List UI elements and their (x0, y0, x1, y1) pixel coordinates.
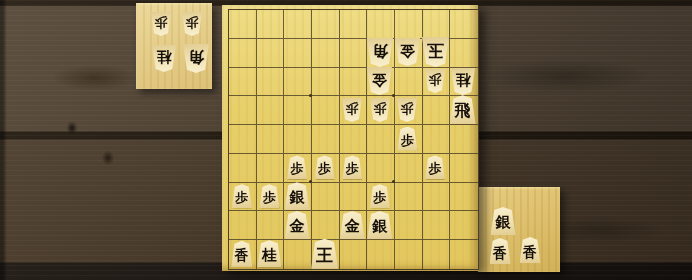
square-5g[interactable] (340, 183, 368, 212)
shogi-piece-king-6i[interactable]: 王 (311, 239, 338, 269)
shogi-piece-pawn-hand1[interactable]: 歩 (182, 12, 202, 36)
square-9c[interactable] (229, 68, 257, 97)
star-point (309, 94, 312, 97)
square-1a[interactable] (450, 10, 478, 39)
square-2d[interactable] (423, 96, 451, 125)
square-1g[interactable] (450, 183, 478, 212)
shogi-piece-pawn-5f[interactable]: 歩 (342, 155, 362, 179)
square-7b[interactable] (284, 39, 312, 68)
shogi-piece-rook-1d[interactable]: 飛 (450, 95, 476, 124)
square-8e[interactable] (257, 125, 285, 154)
shogi-piece-pawn-6f[interactable]: 歩 (315, 155, 335, 179)
square-6a[interactable] (312, 10, 340, 39)
square-8f[interactable] (257, 154, 285, 183)
square-4i[interactable] (367, 240, 395, 269)
square-2i[interactable] (423, 240, 451, 269)
square-2e[interactable] (423, 125, 451, 154)
square-3h[interactable] (395, 211, 423, 240)
square-8h[interactable] (257, 211, 285, 240)
square-1i[interactable] (450, 240, 478, 269)
square-3i[interactable] (395, 240, 423, 269)
star-point (309, 180, 312, 183)
shogi-piece-gold-5h[interactable]: 金 (340, 211, 365, 239)
square-8d[interactable] (257, 96, 285, 125)
square-4e[interactable] (367, 125, 395, 154)
shogi-photo: 角金玉金歩桂歩歩歩飛歩歩歩歩歩歩歩銀歩金金銀香桂王歩歩桂角銀香香 (0, 0, 692, 280)
shogi-piece-pawn-7f[interactable]: 歩 (287, 155, 307, 179)
square-7e[interactable] (284, 125, 312, 154)
square-7c[interactable] (284, 68, 312, 97)
shogi-piece-silver-7g[interactable]: 銀 (285, 182, 310, 210)
shogi-piece-knight-8i[interactable]: 桂 (257, 240, 281, 267)
square-5i[interactable] (340, 240, 368, 269)
shogi-piece-silver-4h[interactable]: 銀 (367, 211, 392, 239)
shogi-piece-lance-hand2[interactable]: 香 (520, 237, 541, 263)
shogi-piece-knight-hand2[interactable]: 桂 (152, 45, 176, 72)
square-6h[interactable] (312, 211, 340, 240)
star-point (392, 94, 395, 97)
shogi-piece-pawn-8g[interactable]: 歩 (259, 184, 279, 208)
square-5b[interactable] (340, 39, 368, 68)
square-3c[interactable] (395, 68, 423, 97)
square-9a[interactable] (229, 10, 257, 39)
shogi-piece-pawn-3e[interactable]: 歩 (397, 127, 417, 151)
square-3a[interactable] (395, 10, 423, 39)
shogi-piece-bishop-hand3[interactable]: 角 (183, 44, 209, 73)
square-5a[interactable] (340, 10, 368, 39)
shogi-piece-lance-hand1[interactable]: 香 (490, 238, 511, 264)
square-1f[interactable] (450, 154, 478, 183)
square-8a[interactable] (257, 10, 285, 39)
square-6g[interactable] (312, 183, 340, 212)
shogi-piece-pawn-9g[interactable]: 歩 (232, 184, 252, 208)
shogi-piece-pawn-2f[interactable]: 歩 (425, 155, 445, 179)
shogi-piece-silver-hand0[interactable]: 銀 (491, 207, 516, 235)
square-1b[interactable] (450, 39, 478, 68)
square-2a[interactable] (423, 10, 451, 39)
square-3f[interactable] (395, 154, 423, 183)
square-7i[interactable] (284, 240, 312, 269)
square-9b[interactable] (229, 39, 257, 68)
shogi-piece-bishop-4b[interactable]: 角 (367, 38, 393, 67)
square-7d[interactable] (284, 96, 312, 125)
shogi-piece-pawn-2c[interactable]: 歩 (425, 69, 445, 93)
square-9h[interactable] (229, 211, 257, 240)
square-9e[interactable] (229, 125, 257, 154)
square-3g[interactable] (395, 183, 423, 212)
square-8c[interactable] (257, 68, 285, 97)
square-1e[interactable] (450, 125, 478, 154)
square-2h[interactable] (423, 211, 451, 240)
square-1h[interactable] (450, 211, 478, 240)
shogi-piece-pawn-hand0[interactable]: 歩 (151, 12, 171, 36)
square-6c[interactable] (312, 68, 340, 97)
star-point (392, 180, 395, 183)
square-7a[interactable] (284, 10, 312, 39)
square-8b[interactable] (257, 39, 285, 68)
square-5e[interactable] (340, 125, 368, 154)
square-6b[interactable] (312, 39, 340, 68)
square-2g[interactable] (423, 183, 451, 212)
square-6d[interactable] (312, 96, 340, 125)
shogi-piece-gold-7h[interactable]: 金 (285, 211, 310, 239)
square-4a[interactable] (367, 10, 395, 39)
square-9f[interactable] (229, 154, 257, 183)
square-5c[interactable] (340, 68, 368, 97)
shogi-piece-lance-9i[interactable]: 香 (231, 241, 252, 267)
shogi-piece-pawn-4g[interactable]: 歩 (370, 184, 390, 208)
square-9d[interactable] (229, 96, 257, 125)
square-6e[interactable] (312, 125, 340, 154)
square-4f[interactable] (367, 154, 395, 183)
shogi-piece-gold-3b[interactable]: 金 (395, 38, 420, 66)
